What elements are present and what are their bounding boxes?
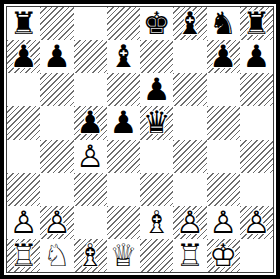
piece-white-pawn: ♙︎ xyxy=(207,206,240,239)
piece-black-knight: ♞︎ xyxy=(207,7,240,40)
piece-black-pawn: ♟︎ xyxy=(7,40,40,73)
square-h2: ♟︎♙︎ xyxy=(240,206,273,239)
square-b6 xyxy=(40,73,73,106)
piece-white-rook: ♖︎ xyxy=(7,239,40,272)
piece-white-pawn: ♙︎ xyxy=(7,206,40,239)
square-d1: ♛︎♕︎ xyxy=(107,239,140,272)
square-c7 xyxy=(74,40,107,73)
square-b4 xyxy=(40,140,73,173)
square-f5 xyxy=(173,106,206,139)
square-a8: ♜︎♜︎ xyxy=(7,7,40,40)
square-d5: ♟︎♟︎ xyxy=(107,106,140,139)
square-f8: ♝︎♝︎ xyxy=(173,7,206,40)
square-b7: ♟︎♟︎ xyxy=(40,40,73,73)
square-g6 xyxy=(207,73,240,106)
square-h6 xyxy=(240,73,273,106)
piece-black-pawn: ♟︎ xyxy=(207,40,240,73)
square-e6: ♟︎♟︎ xyxy=(140,73,173,106)
square-f1: ♜︎♖︎ xyxy=(173,239,206,272)
piece-black-bishop: ♝︎ xyxy=(173,7,206,40)
piece-white-pawn: ♙︎ xyxy=(240,206,273,239)
square-c8 xyxy=(74,7,107,40)
piece-white-rook: ♖︎ xyxy=(173,239,206,272)
piece-white-bishop: ♗︎ xyxy=(140,206,173,239)
chessboard: ♜︎♜︎♚︎♚︎♝︎♝︎♞︎♞︎♜︎♜︎♟︎♟︎♟︎♟︎♝︎♝︎♟︎♟︎♟︎♟︎… xyxy=(6,6,274,273)
square-c6 xyxy=(74,73,107,106)
square-g2: ♟︎♙︎ xyxy=(207,206,240,239)
square-a5 xyxy=(7,106,40,139)
piece-white-queen: ♕︎ xyxy=(107,239,140,272)
piece-black-queen: ♛︎ xyxy=(140,106,173,139)
piece-black-pawn: ♟︎ xyxy=(107,106,140,139)
square-a6 xyxy=(7,73,40,106)
square-a3 xyxy=(7,173,40,206)
square-d7: ♝︎♝︎ xyxy=(107,40,140,73)
square-h3 xyxy=(240,173,273,206)
piece-white-knight: ♘︎ xyxy=(40,239,73,272)
piece-black-rook: ♜︎ xyxy=(7,7,40,40)
piece-black-pawn: ♟︎ xyxy=(40,40,73,73)
square-a1: ♜︎♖︎ xyxy=(7,239,40,272)
square-b8 xyxy=(40,7,73,40)
square-f7 xyxy=(173,40,206,73)
piece-black-bishop: ♝︎ xyxy=(107,40,140,73)
square-g3 xyxy=(207,173,240,206)
square-f3 xyxy=(173,173,206,206)
square-g4 xyxy=(207,140,240,173)
square-c4: ♟︎♙︎ xyxy=(74,140,107,173)
chessboard-frame: ♜︎♜︎♚︎♚︎♝︎♝︎♞︎♞︎♜︎♜︎♟︎♟︎♟︎♟︎♝︎♝︎♟︎♟︎♟︎♟︎… xyxy=(0,0,280,279)
piece-white-king: ♔︎ xyxy=(207,239,240,272)
piece-white-bishop: ♗︎ xyxy=(74,239,107,272)
piece-white-pawn: ♙︎ xyxy=(173,206,206,239)
piece-black-king: ♚︎ xyxy=(140,7,173,40)
square-e1 xyxy=(140,239,173,272)
square-g1: ♚︎♔︎ xyxy=(207,239,240,272)
piece-white-pawn: ♙︎ xyxy=(74,140,107,173)
square-c2 xyxy=(74,206,107,239)
square-b3 xyxy=(40,173,73,206)
square-d2 xyxy=(107,206,140,239)
square-d4 xyxy=(107,140,140,173)
square-d6 xyxy=(107,73,140,106)
square-e5: ♛︎♛︎ xyxy=(140,106,173,139)
square-d8 xyxy=(107,7,140,40)
square-g7: ♟︎♟︎ xyxy=(207,40,240,73)
square-g5 xyxy=(207,106,240,139)
piece-black-pawn: ♟︎ xyxy=(240,40,273,73)
square-c1: ♝︎♗︎ xyxy=(74,239,107,272)
piece-white-pawn: ♙︎ xyxy=(40,206,73,239)
square-a7: ♟︎♟︎ xyxy=(7,40,40,73)
square-a2: ♟︎♙︎ xyxy=(7,206,40,239)
square-h1 xyxy=(240,239,273,272)
piece-black-pawn: ♟︎ xyxy=(74,106,107,139)
square-h7: ♟︎♟︎ xyxy=(240,40,273,73)
square-c3 xyxy=(74,173,107,206)
square-c5: ♟︎♟︎ xyxy=(74,106,107,139)
square-a4 xyxy=(7,140,40,173)
square-d3 xyxy=(107,173,140,206)
square-b5 xyxy=(40,106,73,139)
square-e3 xyxy=(140,173,173,206)
square-b1: ♞︎♘︎ xyxy=(40,239,73,272)
square-g8: ♞︎♞︎ xyxy=(207,7,240,40)
piece-black-rook: ♜︎ xyxy=(240,7,273,40)
square-f2: ♟︎♙︎ xyxy=(173,206,206,239)
square-e7 xyxy=(140,40,173,73)
square-e8: ♚︎♚︎ xyxy=(140,7,173,40)
square-h5 xyxy=(240,106,273,139)
piece-black-pawn: ♟︎ xyxy=(140,73,173,106)
square-e4 xyxy=(140,140,173,173)
square-h4 xyxy=(240,140,273,173)
square-b2: ♟︎♙︎ xyxy=(40,206,73,239)
square-h8: ♜︎♜︎ xyxy=(240,7,273,40)
square-f4 xyxy=(173,140,206,173)
square-f6 xyxy=(173,73,206,106)
square-e2: ♝︎♗︎ xyxy=(140,206,173,239)
